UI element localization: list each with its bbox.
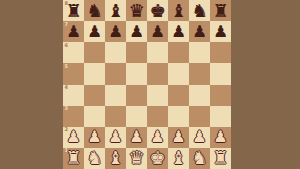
white-pawn-c2[interactable]: ♟ bbox=[108, 129, 122, 145]
square-b3[interactable] bbox=[84, 106, 105, 127]
square-a7[interactable]: 7♟ bbox=[63, 21, 84, 42]
white-knight-g1[interactable]: ♞ bbox=[191, 149, 207, 167]
white-pawn-a2[interactable]: ♟ bbox=[66, 129, 80, 145]
white-pawn-e2[interactable]: ♟ bbox=[150, 129, 164, 145]
square-a3[interactable]: 3 bbox=[63, 106, 84, 127]
white-king-e1[interactable]: ♚ bbox=[149, 149, 165, 167]
square-c7[interactable]: ♟ bbox=[105, 21, 126, 42]
square-h3[interactable] bbox=[210, 106, 231, 127]
square-f1[interactable]: ♝ bbox=[168, 148, 189, 169]
square-e3[interactable] bbox=[147, 106, 168, 127]
square-e2[interactable]: ♟ bbox=[147, 127, 168, 148]
square-a1[interactable]: 1♜ bbox=[63, 148, 84, 169]
square-a2[interactable]: 2♟ bbox=[63, 127, 84, 148]
square-f8[interactable]: ♝ bbox=[168, 0, 189, 21]
square-f2[interactable]: ♟ bbox=[168, 127, 189, 148]
square-b4[interactable] bbox=[84, 85, 105, 106]
square-g3[interactable] bbox=[189, 106, 210, 127]
white-rook-h1[interactable]: ♜ bbox=[212, 149, 228, 167]
square-e1[interactable]: ♚ bbox=[147, 148, 168, 169]
black-pawn-e7[interactable]: ♟ bbox=[150, 23, 164, 39]
square-g7[interactable]: ♟ bbox=[189, 21, 210, 42]
square-h1[interactable]: ♜ bbox=[210, 148, 231, 169]
square-g5[interactable] bbox=[189, 63, 210, 84]
square-f4[interactable] bbox=[168, 85, 189, 106]
square-d3[interactable] bbox=[126, 106, 147, 127]
square-d7[interactable]: ♟ bbox=[126, 21, 147, 42]
black-bishop-f8[interactable]: ♝ bbox=[170, 1, 186, 19]
square-f5[interactable] bbox=[168, 63, 189, 84]
square-f3[interactable] bbox=[168, 106, 189, 127]
white-bishop-f1[interactable]: ♝ bbox=[170, 149, 186, 167]
black-pawn-f7[interactable]: ♟ bbox=[171, 23, 185, 39]
square-f7[interactable]: ♟ bbox=[168, 21, 189, 42]
rank-label-6: 6 bbox=[65, 43, 68, 48]
square-g1[interactable]: ♞ bbox=[189, 148, 210, 169]
square-d8[interactable]: ♛ bbox=[126, 0, 147, 21]
square-d6[interactable] bbox=[126, 42, 147, 63]
square-b6[interactable] bbox=[84, 42, 105, 63]
square-g6[interactable] bbox=[189, 42, 210, 63]
page-background: 8♜♞♝♛♚♝♞♜7♟♟♟♟♟♟♟♟65432♟♟♟♟♟♟♟♟1♜♞♝♛♚♝♞♜ bbox=[0, 0, 300, 169]
square-c2[interactable]: ♟ bbox=[105, 127, 126, 148]
square-e6[interactable] bbox=[147, 42, 168, 63]
square-d4[interactable] bbox=[126, 85, 147, 106]
square-h6[interactable] bbox=[210, 42, 231, 63]
rank-label-4: 4 bbox=[65, 85, 68, 90]
square-b7[interactable]: ♟ bbox=[84, 21, 105, 42]
white-pawn-b2[interactable]: ♟ bbox=[87, 129, 101, 145]
rank-label-3: 3 bbox=[65, 106, 68, 111]
square-e7[interactable]: ♟ bbox=[147, 21, 168, 42]
square-h8[interactable]: ♜ bbox=[210, 0, 231, 21]
black-pawn-g7[interactable]: ♟ bbox=[192, 23, 206, 39]
square-a5[interactable]: 5 bbox=[63, 63, 84, 84]
white-queen-d1[interactable]: ♛ bbox=[128, 149, 144, 167]
black-pawn-c7[interactable]: ♟ bbox=[108, 23, 122, 39]
black-rook-a8[interactable]: ♜ bbox=[65, 1, 81, 19]
square-c3[interactable] bbox=[105, 106, 126, 127]
white-pawn-d2[interactable]: ♟ bbox=[129, 129, 143, 145]
square-g4[interactable] bbox=[189, 85, 210, 106]
square-d2[interactable]: ♟ bbox=[126, 127, 147, 148]
square-a6[interactable]: 6 bbox=[63, 42, 84, 63]
square-b2[interactable]: ♟ bbox=[84, 127, 105, 148]
square-b5[interactable] bbox=[84, 63, 105, 84]
square-h4[interactable] bbox=[210, 85, 231, 106]
square-h7[interactable]: ♟ bbox=[210, 21, 231, 42]
square-e4[interactable] bbox=[147, 85, 168, 106]
square-d1[interactable]: ♛ bbox=[126, 148, 147, 169]
square-c5[interactable] bbox=[105, 63, 126, 84]
square-d5[interactable] bbox=[126, 63, 147, 84]
square-e5[interactable] bbox=[147, 63, 168, 84]
rank-label-5: 5 bbox=[65, 64, 68, 69]
white-pawn-g2[interactable]: ♟ bbox=[192, 129, 206, 145]
square-c1[interactable]: ♝ bbox=[105, 148, 126, 169]
white-rook-a1[interactable]: ♜ bbox=[65, 149, 81, 167]
square-h5[interactable] bbox=[210, 63, 231, 84]
black-queen-d8[interactable]: ♛ bbox=[128, 1, 144, 19]
chess-board: 8♜♞♝♛♚♝♞♜7♟♟♟♟♟♟♟♟65432♟♟♟♟♟♟♟♟1♜♞♝♛♚♝♞♜ bbox=[63, 0, 231, 169]
square-g8[interactable]: ♞ bbox=[189, 0, 210, 21]
white-knight-b1[interactable]: ♞ bbox=[86, 149, 102, 167]
square-g2[interactable]: ♟ bbox=[189, 127, 210, 148]
square-c8[interactable]: ♝ bbox=[105, 0, 126, 21]
black-pawn-h7[interactable]: ♟ bbox=[213, 23, 227, 39]
black-knight-g8[interactable]: ♞ bbox=[191, 1, 207, 19]
square-h2[interactable]: ♟ bbox=[210, 127, 231, 148]
white-pawn-f2[interactable]: ♟ bbox=[171, 129, 185, 145]
square-a8[interactable]: 8♜ bbox=[63, 0, 84, 21]
black-pawn-b7[interactable]: ♟ bbox=[87, 23, 101, 39]
square-e8[interactable]: ♚ bbox=[147, 0, 168, 21]
square-a4[interactable]: 4 bbox=[63, 85, 84, 106]
black-bishop-c8[interactable]: ♝ bbox=[107, 1, 123, 19]
black-rook-h8[interactable]: ♜ bbox=[212, 1, 228, 19]
square-b8[interactable]: ♞ bbox=[84, 0, 105, 21]
square-b1[interactable]: ♞ bbox=[84, 148, 105, 169]
white-pawn-h2[interactable]: ♟ bbox=[213, 129, 227, 145]
black-king-e8[interactable]: ♚ bbox=[149, 1, 165, 19]
white-bishop-c1[interactable]: ♝ bbox=[107, 149, 123, 167]
black-pawn-a7[interactable]: ♟ bbox=[66, 23, 80, 39]
black-knight-b8[interactable]: ♞ bbox=[86, 1, 102, 19]
square-c4[interactable] bbox=[105, 85, 126, 106]
square-c6[interactable] bbox=[105, 42, 126, 63]
black-pawn-d7[interactable]: ♟ bbox=[129, 23, 143, 39]
square-f6[interactable] bbox=[168, 42, 189, 63]
